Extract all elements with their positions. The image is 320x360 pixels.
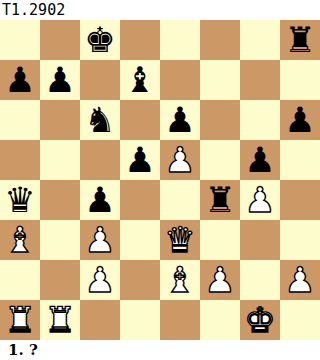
white-bishop[interactable]: ♝: [4, 220, 35, 260]
square-f7[interactable]: [200, 60, 240, 100]
white-pawn[interactable]: ♟: [244, 180, 275, 220]
square-e5[interactable]: ♟: [160, 140, 200, 180]
square-h1[interactable]: [280, 300, 320, 340]
move-prompt: 1. ?: [0, 340, 320, 360]
square-h7[interactable]: [280, 60, 320, 100]
square-g1[interactable]: ♚: [240, 300, 280, 340]
square-a8[interactable]: [0, 20, 40, 60]
square-c2[interactable]: ♟: [80, 260, 120, 300]
white-pawn[interactable]: ♟: [84, 220, 115, 260]
black-pawn[interactable]: ♟: [164, 100, 195, 140]
square-f2[interactable]: ♟: [200, 260, 240, 300]
square-d1[interactable]: [120, 300, 160, 340]
white-queen[interactable]: ♛: [164, 220, 195, 260]
square-a1[interactable]: ♜: [0, 300, 40, 340]
square-g3[interactable]: [240, 220, 280, 260]
square-b5[interactable]: [40, 140, 80, 180]
square-f1[interactable]: [200, 300, 240, 340]
square-a2[interactable]: [0, 260, 40, 300]
square-c1[interactable]: [80, 300, 120, 340]
square-g4[interactable]: ♟: [240, 180, 280, 220]
square-f8[interactable]: [200, 20, 240, 60]
square-h2[interactable]: ♟: [280, 260, 320, 300]
square-f6[interactable]: [200, 100, 240, 140]
square-f5[interactable]: [200, 140, 240, 180]
square-e1[interactable]: [160, 300, 200, 340]
square-f4[interactable]: ♜: [200, 180, 240, 220]
square-e7[interactable]: [160, 60, 200, 100]
white-pawn[interactable]: ♟: [84, 260, 115, 300]
white-pawn[interactable]: ♟: [284, 260, 315, 300]
black-pawn[interactable]: ♟: [4, 60, 35, 100]
square-g6[interactable]: [240, 100, 280, 140]
square-g7[interactable]: [240, 60, 280, 100]
square-c5[interactable]: [80, 140, 120, 180]
square-g8[interactable]: [240, 20, 280, 60]
white-king[interactable]: ♚: [244, 300, 275, 340]
black-bishop[interactable]: ♝: [124, 60, 155, 100]
square-a4[interactable]: ♛: [0, 180, 40, 220]
square-f3[interactable]: [200, 220, 240, 260]
square-c7[interactable]: [80, 60, 120, 100]
chess-puzzle-app: T1.2902 ♚♜♟♟♝♞♟♟♟♟♟♛♟♜♟♝♟♛♟♝♟♟♜♜♚ 1. ?: [0, 0, 320, 360]
square-d6[interactable]: [120, 100, 160, 140]
square-c6[interactable]: ♞: [80, 100, 120, 140]
square-d4[interactable]: [120, 180, 160, 220]
square-e8[interactable]: [160, 20, 200, 60]
square-d7[interactable]: ♝: [120, 60, 160, 100]
square-a6[interactable]: [0, 100, 40, 140]
square-b2[interactable]: [40, 260, 80, 300]
square-e3[interactable]: ♛: [160, 220, 200, 260]
square-h8[interactable]: ♜: [280, 20, 320, 60]
square-h6[interactable]: ♟: [280, 100, 320, 140]
square-a5[interactable]: [0, 140, 40, 180]
square-e4[interactable]: [160, 180, 200, 220]
square-b3[interactable]: [40, 220, 80, 260]
square-b7[interactable]: ♟: [40, 60, 80, 100]
white-rook[interactable]: ♜: [4, 300, 35, 340]
square-g2[interactable]: [240, 260, 280, 300]
black-pawn[interactable]: ♟: [124, 140, 155, 180]
square-b8[interactable]: [40, 20, 80, 60]
square-h3[interactable]: [280, 220, 320, 260]
white-pawn[interactable]: ♟: [164, 140, 195, 180]
square-c8[interactable]: ♚: [80, 20, 120, 60]
black-pawn[interactable]: ♟: [44, 60, 75, 100]
square-c4[interactable]: ♟: [80, 180, 120, 220]
black-knight[interactable]: ♞: [84, 100, 115, 140]
black-rook[interactable]: ♜: [284, 20, 315, 60]
puzzle-title: T1.2902: [0, 0, 320, 20]
square-d8[interactable]: [120, 20, 160, 60]
square-e6[interactable]: ♟: [160, 100, 200, 140]
square-e2[interactable]: ♝: [160, 260, 200, 300]
square-h5[interactable]: [280, 140, 320, 180]
square-b1[interactable]: ♜: [40, 300, 80, 340]
white-pawn[interactable]: ♟: [204, 260, 235, 300]
black-king[interactable]: ♚: [84, 20, 115, 60]
chess-board: ♚♜♟♟♝♞♟♟♟♟♟♛♟♜♟♝♟♛♟♝♟♟♜♜♚: [0, 20, 320, 340]
white-rook[interactable]: ♜: [44, 300, 75, 340]
square-b4[interactable]: [40, 180, 80, 220]
black-pawn[interactable]: ♟: [84, 180, 115, 220]
black-pawn[interactable]: ♟: [244, 140, 275, 180]
square-d3[interactable]: [120, 220, 160, 260]
square-h4[interactable]: [280, 180, 320, 220]
white-bishop[interactable]: ♝: [164, 260, 195, 300]
square-c3[interactable]: ♟: [80, 220, 120, 260]
square-d5[interactable]: ♟: [120, 140, 160, 180]
black-pawn[interactable]: ♟: [284, 100, 315, 140]
black-rook[interactable]: ♜: [204, 180, 235, 220]
square-d2[interactable]: [120, 260, 160, 300]
square-a3[interactable]: ♝: [0, 220, 40, 260]
square-g5[interactable]: ♟: [240, 140, 280, 180]
square-a7[interactable]: ♟: [0, 60, 40, 100]
black-queen[interactable]: ♛: [4, 180, 35, 220]
square-b6[interactable]: [40, 100, 80, 140]
